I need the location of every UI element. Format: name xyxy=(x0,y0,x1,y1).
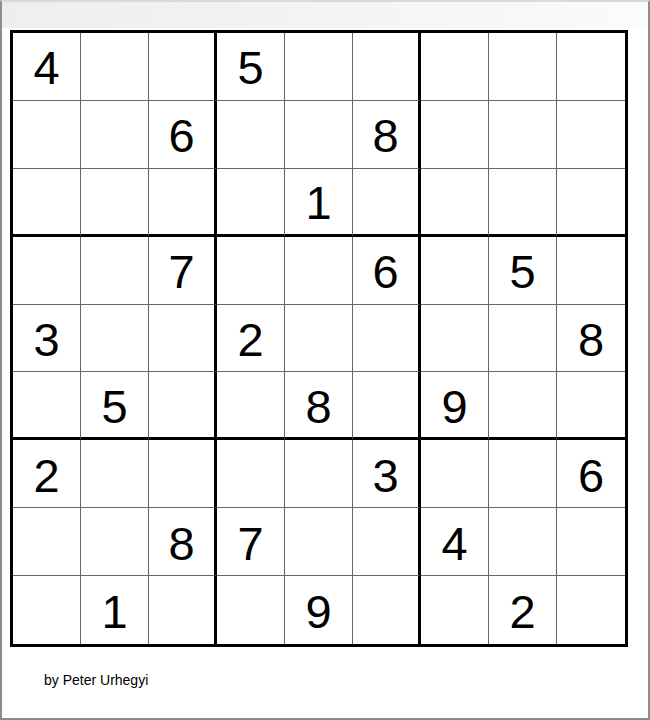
cell-r9c4[interactable] xyxy=(217,576,285,644)
cell-r3c7[interactable] xyxy=(421,169,489,237)
cell-r4c1[interactable] xyxy=(13,237,81,305)
cell-r7c8[interactable] xyxy=(489,440,557,508)
cell-r3c6[interactable] xyxy=(353,169,421,237)
attribution: by Peter Urhegyi xyxy=(44,672,148,688)
cell-r4c8[interactable]: 5 xyxy=(489,237,557,305)
cell-r1c7[interactable] xyxy=(421,33,489,101)
cell-r6c8[interactable] xyxy=(489,372,557,440)
cell-r7c7[interactable] xyxy=(421,440,489,508)
cell-r4c4[interactable] xyxy=(217,237,285,305)
cell-r7c4[interactable] xyxy=(217,440,285,508)
cell-r1c3[interactable] xyxy=(149,33,217,101)
cell-r7c2[interactable] xyxy=(81,440,149,508)
cell-r2c6[interactable]: 8 xyxy=(353,101,421,169)
cell-r9c2[interactable]: 1 xyxy=(81,576,149,644)
cell-r2c7[interactable] xyxy=(421,101,489,169)
cell-r3c3[interactable] xyxy=(149,169,217,237)
cell-r7c1[interactable]: 2 xyxy=(13,440,81,508)
cell-r5c8[interactable] xyxy=(489,305,557,373)
cell-r8c9[interactable] xyxy=(557,508,625,576)
cell-r2c1[interactable] xyxy=(13,101,81,169)
page-frame: 45681765328589236874192 by Peter Urhegyi xyxy=(0,0,650,720)
cell-r9c7[interactable] xyxy=(421,576,489,644)
cell-r6c9[interactable] xyxy=(557,372,625,440)
cell-r8c4[interactable]: 7 xyxy=(217,508,285,576)
cell-r6c2[interactable]: 5 xyxy=(81,372,149,440)
cell-r5c7[interactable] xyxy=(421,305,489,373)
cell-r5c3[interactable] xyxy=(149,305,217,373)
cell-r9c9[interactable] xyxy=(557,576,625,644)
cell-r9c5[interactable]: 9 xyxy=(285,576,353,644)
cell-r3c1[interactable] xyxy=(13,169,81,237)
cell-r7c5[interactable] xyxy=(285,440,353,508)
cell-r4c7[interactable] xyxy=(421,237,489,305)
cell-r1c1[interactable]: 4 xyxy=(13,33,81,101)
cell-r2c8[interactable] xyxy=(489,101,557,169)
cell-r4c3[interactable]: 7 xyxy=(149,237,217,305)
cell-r9c1[interactable] xyxy=(13,576,81,644)
cell-r5c4[interactable]: 2 xyxy=(217,305,285,373)
cell-r5c9[interactable]: 8 xyxy=(557,305,625,373)
cell-r6c4[interactable] xyxy=(217,372,285,440)
sudoku-grid: 45681765328589236874192 xyxy=(10,30,628,647)
cell-r8c7[interactable]: 4 xyxy=(421,508,489,576)
cell-r6c1[interactable] xyxy=(13,372,81,440)
cell-r1c2[interactable] xyxy=(81,33,149,101)
cell-r1c5[interactable] xyxy=(285,33,353,101)
cell-r8c8[interactable] xyxy=(489,508,557,576)
cell-r2c3[interactable]: 6 xyxy=(149,101,217,169)
cell-r2c9[interactable] xyxy=(557,101,625,169)
cell-r6c3[interactable] xyxy=(149,372,217,440)
cell-r5c6[interactable] xyxy=(353,305,421,373)
cell-r2c5[interactable] xyxy=(285,101,353,169)
cell-r8c6[interactable] xyxy=(353,508,421,576)
cell-r1c9[interactable] xyxy=(557,33,625,101)
cell-r4c5[interactable] xyxy=(285,237,353,305)
cell-r3c4[interactable] xyxy=(217,169,285,237)
cell-r1c8[interactable] xyxy=(489,33,557,101)
cell-r3c5[interactable]: 1 xyxy=(285,169,353,237)
cell-r3c2[interactable] xyxy=(81,169,149,237)
cell-r6c7[interactable]: 9 xyxy=(421,372,489,440)
cell-r5c5[interactable] xyxy=(285,305,353,373)
cell-r7c3[interactable] xyxy=(149,440,217,508)
cell-r4c2[interactable] xyxy=(81,237,149,305)
cell-r2c2[interactable] xyxy=(81,101,149,169)
cell-r7c6[interactable]: 3 xyxy=(353,440,421,508)
cell-r1c6[interactable] xyxy=(353,33,421,101)
cell-r7c9[interactable]: 6 xyxy=(557,440,625,508)
cell-r9c3[interactable] xyxy=(149,576,217,644)
cell-r1c4[interactable]: 5 xyxy=(217,33,285,101)
cell-r3c9[interactable] xyxy=(557,169,625,237)
cell-r9c6[interactable] xyxy=(353,576,421,644)
cell-r4c9[interactable] xyxy=(557,237,625,305)
cell-r9c8[interactable]: 2 xyxy=(489,576,557,644)
cell-r5c2[interactable] xyxy=(81,305,149,373)
cell-r8c5[interactable] xyxy=(285,508,353,576)
cell-r8c1[interactable] xyxy=(13,508,81,576)
cell-r6c6[interactable] xyxy=(353,372,421,440)
cell-r4c6[interactable]: 6 xyxy=(353,237,421,305)
cell-r8c3[interactable]: 8 xyxy=(149,508,217,576)
cell-r3c8[interactable] xyxy=(489,169,557,237)
cell-r8c2[interactable] xyxy=(81,508,149,576)
cell-r2c4[interactable] xyxy=(217,101,285,169)
cell-r5c1[interactable]: 3 xyxy=(13,305,81,373)
cell-r6c5[interactable]: 8 xyxy=(285,372,353,440)
top-strip xyxy=(2,2,648,28)
